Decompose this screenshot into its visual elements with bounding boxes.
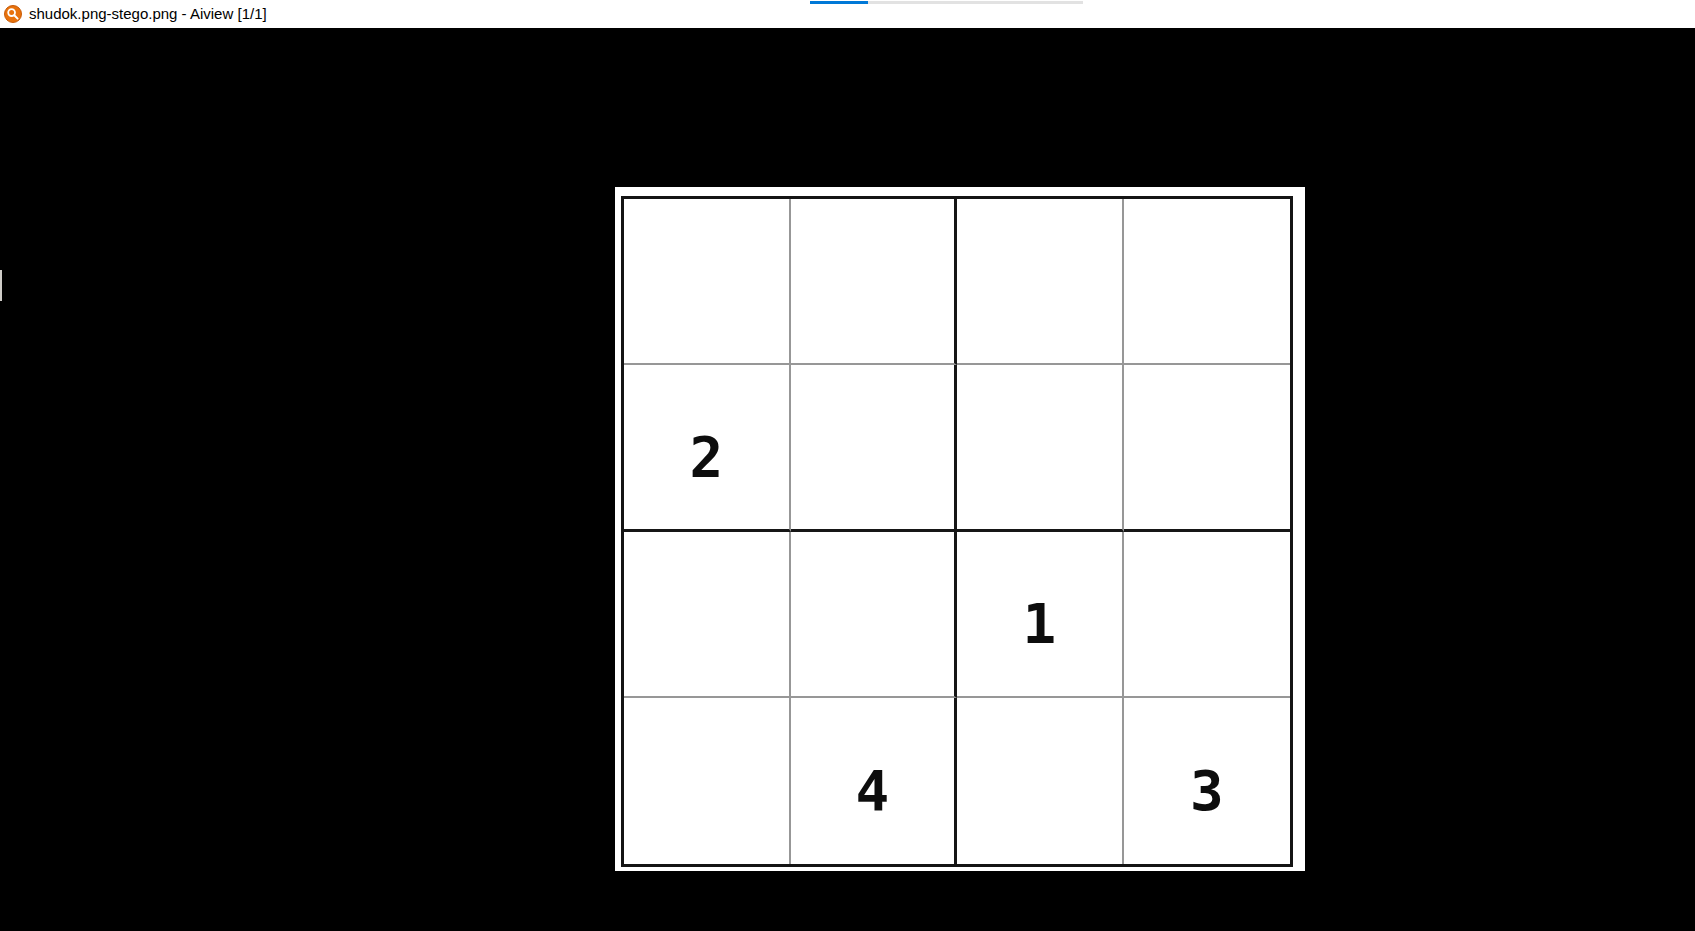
cell-r3c3: 1 xyxy=(957,532,1124,698)
top-scrollbar-track[interactable] xyxy=(868,1,1083,4)
cell-r2c4 xyxy=(1124,365,1291,531)
desktop: { "window": { "app": "Aiview", "title": … xyxy=(0,0,1695,931)
cell-r2c2 xyxy=(791,365,958,531)
cell-r4c1 xyxy=(624,698,791,864)
screen-edge-sliver xyxy=(0,270,2,301)
cell-r3c2 xyxy=(791,532,958,698)
cell-r1c4 xyxy=(1124,199,1291,365)
window-titlebar[interactable]: shudok.png-stego.png - Aiview [1/1] xyxy=(0,0,1695,28)
cell-r2c3 xyxy=(957,365,1124,531)
magnifier-app-icon xyxy=(4,5,22,23)
cell-r1c2 xyxy=(791,199,958,365)
cell-r3c4 xyxy=(1124,532,1291,698)
sudoku-board: 2 1 4 3 xyxy=(621,196,1293,867)
cell-r1c1 xyxy=(624,199,791,365)
window-title: shudok.png-stego.png - Aiview [1/1] xyxy=(29,0,267,28)
image-canvas: 2 1 4 3 xyxy=(615,187,1305,871)
cell-r4c2: 4 xyxy=(791,698,958,864)
cell-r1c3 xyxy=(957,199,1124,365)
cell-r4c3 xyxy=(957,698,1124,864)
cell-r2c1: 2 xyxy=(624,365,791,531)
cell-r3c1 xyxy=(624,532,791,698)
top-scrollbar-thumb[interactable] xyxy=(810,1,868,4)
cell-r4c4: 3 xyxy=(1124,698,1291,864)
